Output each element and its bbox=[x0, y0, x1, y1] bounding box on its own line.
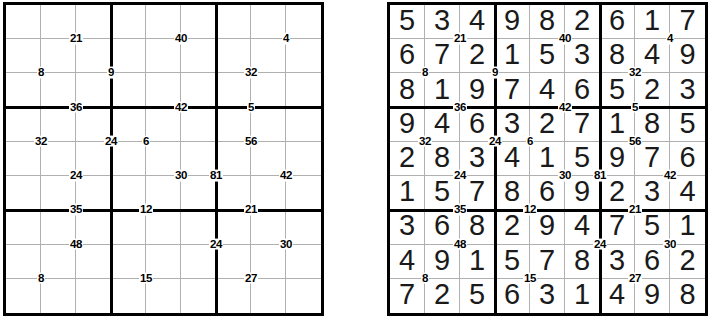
solution-cell: 5 bbox=[670, 108, 705, 142]
solution-cell: 2 bbox=[530, 108, 565, 142]
puzzle-cell bbox=[76, 39, 111, 73]
box-border-horizontal bbox=[390, 209, 705, 212]
solution-cell: 3 bbox=[390, 210, 425, 244]
product-clue: 42 bbox=[279, 170, 293, 182]
box-border-horizontal bbox=[6, 106, 321, 109]
puzzle-cell bbox=[111, 39, 146, 73]
solution-cell: 5 bbox=[530, 39, 565, 73]
puzzle-cell bbox=[286, 73, 321, 107]
solution-cell: 3 bbox=[670, 73, 705, 107]
puzzle-cell bbox=[6, 5, 41, 39]
product-clue: 24 bbox=[209, 238, 223, 250]
solution-cell: 9 bbox=[530, 210, 565, 244]
puzzle-cell bbox=[111, 5, 146, 39]
solution-cell: 9 bbox=[635, 279, 670, 313]
product-clue: 9 bbox=[491, 67, 499, 79]
solution-cell: 6 bbox=[600, 5, 635, 39]
solution-cell: 9 bbox=[425, 245, 460, 279]
puzzle-cell bbox=[146, 39, 181, 73]
product-clue: 15 bbox=[523, 272, 537, 284]
solution-cell: 7 bbox=[495, 73, 530, 107]
product-clue: 35 bbox=[69, 204, 83, 216]
puzzle-cell bbox=[146, 279, 181, 313]
puzzle-cell bbox=[216, 73, 251, 107]
product-clue: 32 bbox=[418, 135, 432, 147]
product-clue: 27 bbox=[244, 272, 258, 284]
solution-cell: 4 bbox=[390, 245, 425, 279]
puzzle-cell bbox=[6, 210, 41, 244]
product-clue: 40 bbox=[558, 33, 572, 45]
product-clue: 21 bbox=[69, 33, 83, 45]
solution-cell: 2 bbox=[425, 279, 460, 313]
puzzle-cell bbox=[216, 279, 251, 313]
product-clue: 42 bbox=[663, 170, 677, 182]
product-clue: 8 bbox=[37, 272, 45, 284]
solution-cell: 7 bbox=[565, 108, 600, 142]
solution-cell: 1 bbox=[460, 245, 495, 279]
product-clue: 81 bbox=[209, 170, 223, 182]
solution-cell: 9 bbox=[495, 5, 530, 39]
solution-cell: 7 bbox=[390, 279, 425, 313]
solution-cell: 8 bbox=[670, 279, 705, 313]
product-clue: 30 bbox=[279, 238, 293, 250]
product-clue: 24 bbox=[69, 170, 83, 182]
product-clue: 30 bbox=[663, 238, 677, 250]
cell-grid: 5349826176721538498197465239463271852834… bbox=[390, 5, 705, 313]
product-clue: 5 bbox=[247, 101, 255, 113]
product-clue: 4 bbox=[282, 33, 290, 45]
puzzle-cell bbox=[216, 5, 251, 39]
puzzle-cell bbox=[286, 108, 321, 142]
product-clue: 8 bbox=[421, 67, 429, 79]
product-clue: 21 bbox=[628, 204, 642, 216]
product-clue: 5 bbox=[631, 101, 639, 113]
puzzle-cell bbox=[286, 5, 321, 39]
puzzle-cell bbox=[251, 279, 286, 313]
product-clue: 12 bbox=[523, 204, 537, 216]
solution-cell: 5 bbox=[390, 5, 425, 39]
puzzle-cell bbox=[251, 73, 286, 107]
solution-cell: 2 bbox=[460, 39, 495, 73]
box-border-vertical bbox=[599, 5, 602, 313]
product-clue: 42 bbox=[174, 101, 188, 113]
puzzle-cell bbox=[41, 279, 76, 313]
product-clue: 36 bbox=[69, 101, 83, 113]
puzzle-cell bbox=[76, 245, 111, 279]
solution-cell: 4 bbox=[600, 279, 635, 313]
solution-cell: 5 bbox=[460, 279, 495, 313]
puzzle-cell bbox=[41, 245, 76, 279]
puzzle-cell bbox=[286, 176, 321, 210]
product-clue: 24 bbox=[453, 170, 467, 182]
product-clue: 48 bbox=[453, 238, 467, 250]
solution-cell: 3 bbox=[530, 279, 565, 313]
product-clue: 56 bbox=[244, 135, 258, 147]
product-clue: 48 bbox=[69, 238, 83, 250]
puzzle-cell bbox=[6, 142, 41, 176]
solution-board: 5349826176721538498197465239463271852834… bbox=[387, 2, 708, 316]
product-clue: 32 bbox=[628, 67, 642, 79]
puzzle-cell bbox=[146, 108, 181, 142]
solution-cell: 6 bbox=[495, 279, 530, 313]
solution-cell: 6 bbox=[390, 39, 425, 73]
puzzle-cell bbox=[181, 279, 216, 313]
product-clue: 21 bbox=[453, 33, 467, 45]
solution-cell: 3 bbox=[565, 39, 600, 73]
puzzle-cell bbox=[181, 39, 216, 73]
solution-cell: 2 bbox=[635, 73, 670, 107]
solution-cell: 2 bbox=[670, 245, 705, 279]
puzzle-cell bbox=[111, 142, 146, 176]
puzzle-cell bbox=[111, 73, 146, 107]
solution-cell: 9 bbox=[565, 176, 600, 210]
solution-cell: 2 bbox=[390, 142, 425, 176]
product-clue: 30 bbox=[558, 170, 572, 182]
puzzle-cell bbox=[41, 39, 76, 73]
box-border-horizontal bbox=[6, 209, 321, 212]
product-clue: 30 bbox=[174, 170, 188, 182]
puzzle-cell bbox=[6, 39, 41, 73]
puzzle-cell bbox=[146, 210, 181, 244]
product-clue: 24 bbox=[104, 135, 118, 147]
puzzle-cell bbox=[286, 39, 321, 73]
puzzle-cell bbox=[286, 279, 321, 313]
product-clue: 9 bbox=[107, 67, 115, 79]
puzzle-cell bbox=[111, 210, 146, 244]
product-clue: 36 bbox=[453, 101, 467, 113]
puzzle-cell bbox=[181, 108, 216, 142]
product-clue: 32 bbox=[34, 135, 48, 147]
solution-cell: 8 bbox=[565, 245, 600, 279]
worksheet: 2140489323642532246562430814235122148243… bbox=[0, 0, 710, 322]
product-clue: 40 bbox=[174, 33, 188, 45]
product-clue: 24 bbox=[593, 238, 607, 250]
puzzle-cell bbox=[181, 176, 216, 210]
box-border-vertical bbox=[110, 5, 113, 313]
puzzle-cell bbox=[286, 245, 321, 279]
product-clue: 32 bbox=[244, 67, 258, 79]
puzzle-cell bbox=[181, 245, 216, 279]
product-clue: 27 bbox=[628, 272, 642, 284]
product-clue: 24 bbox=[488, 135, 502, 147]
solution-cell: 1 bbox=[390, 176, 425, 210]
product-clue: 8 bbox=[421, 272, 429, 284]
product-clue: 21 bbox=[244, 204, 258, 216]
puzzle-cell bbox=[76, 279, 111, 313]
product-clue: 15 bbox=[139, 272, 153, 284]
solution-cell: 4 bbox=[495, 142, 530, 176]
puzzle-cell bbox=[6, 176, 41, 210]
puzzle-cell bbox=[111, 279, 146, 313]
puzzle-cell bbox=[6, 245, 41, 279]
solution-cell: 5 bbox=[600, 73, 635, 107]
solution-cell: 7 bbox=[670, 5, 705, 39]
product-clue: 4 bbox=[666, 33, 674, 45]
solution-cell: 1 bbox=[495, 39, 530, 73]
puzzle-cell bbox=[6, 279, 41, 313]
box-border-vertical bbox=[494, 5, 497, 313]
product-clue: 6 bbox=[526, 135, 534, 147]
box-border-horizontal bbox=[390, 106, 705, 109]
puzzle-board: 2140489323642532246562430814235122148243… bbox=[3, 2, 324, 316]
product-clue: 6 bbox=[142, 135, 150, 147]
product-clue: 81 bbox=[593, 170, 607, 182]
product-clue: 35 bbox=[453, 204, 467, 216]
solution-cell: 7 bbox=[425, 39, 460, 73]
solution-cell: 9 bbox=[670, 39, 705, 73]
cell-grid bbox=[6, 5, 321, 313]
solution-cell: 4 bbox=[670, 176, 705, 210]
puzzle-cell bbox=[6, 73, 41, 107]
solution-cell: 1 bbox=[635, 5, 670, 39]
solution-cell: 1 bbox=[565, 279, 600, 313]
product-clue: 12 bbox=[139, 204, 153, 216]
product-clue: 56 bbox=[628, 135, 642, 147]
solution-cell: 8 bbox=[390, 73, 425, 107]
solution-cell: 2 bbox=[495, 210, 530, 244]
product-clue: 42 bbox=[558, 101, 572, 113]
box-border-vertical bbox=[215, 5, 218, 313]
product-clue: 8 bbox=[37, 67, 45, 79]
puzzle-cell bbox=[251, 5, 286, 39]
